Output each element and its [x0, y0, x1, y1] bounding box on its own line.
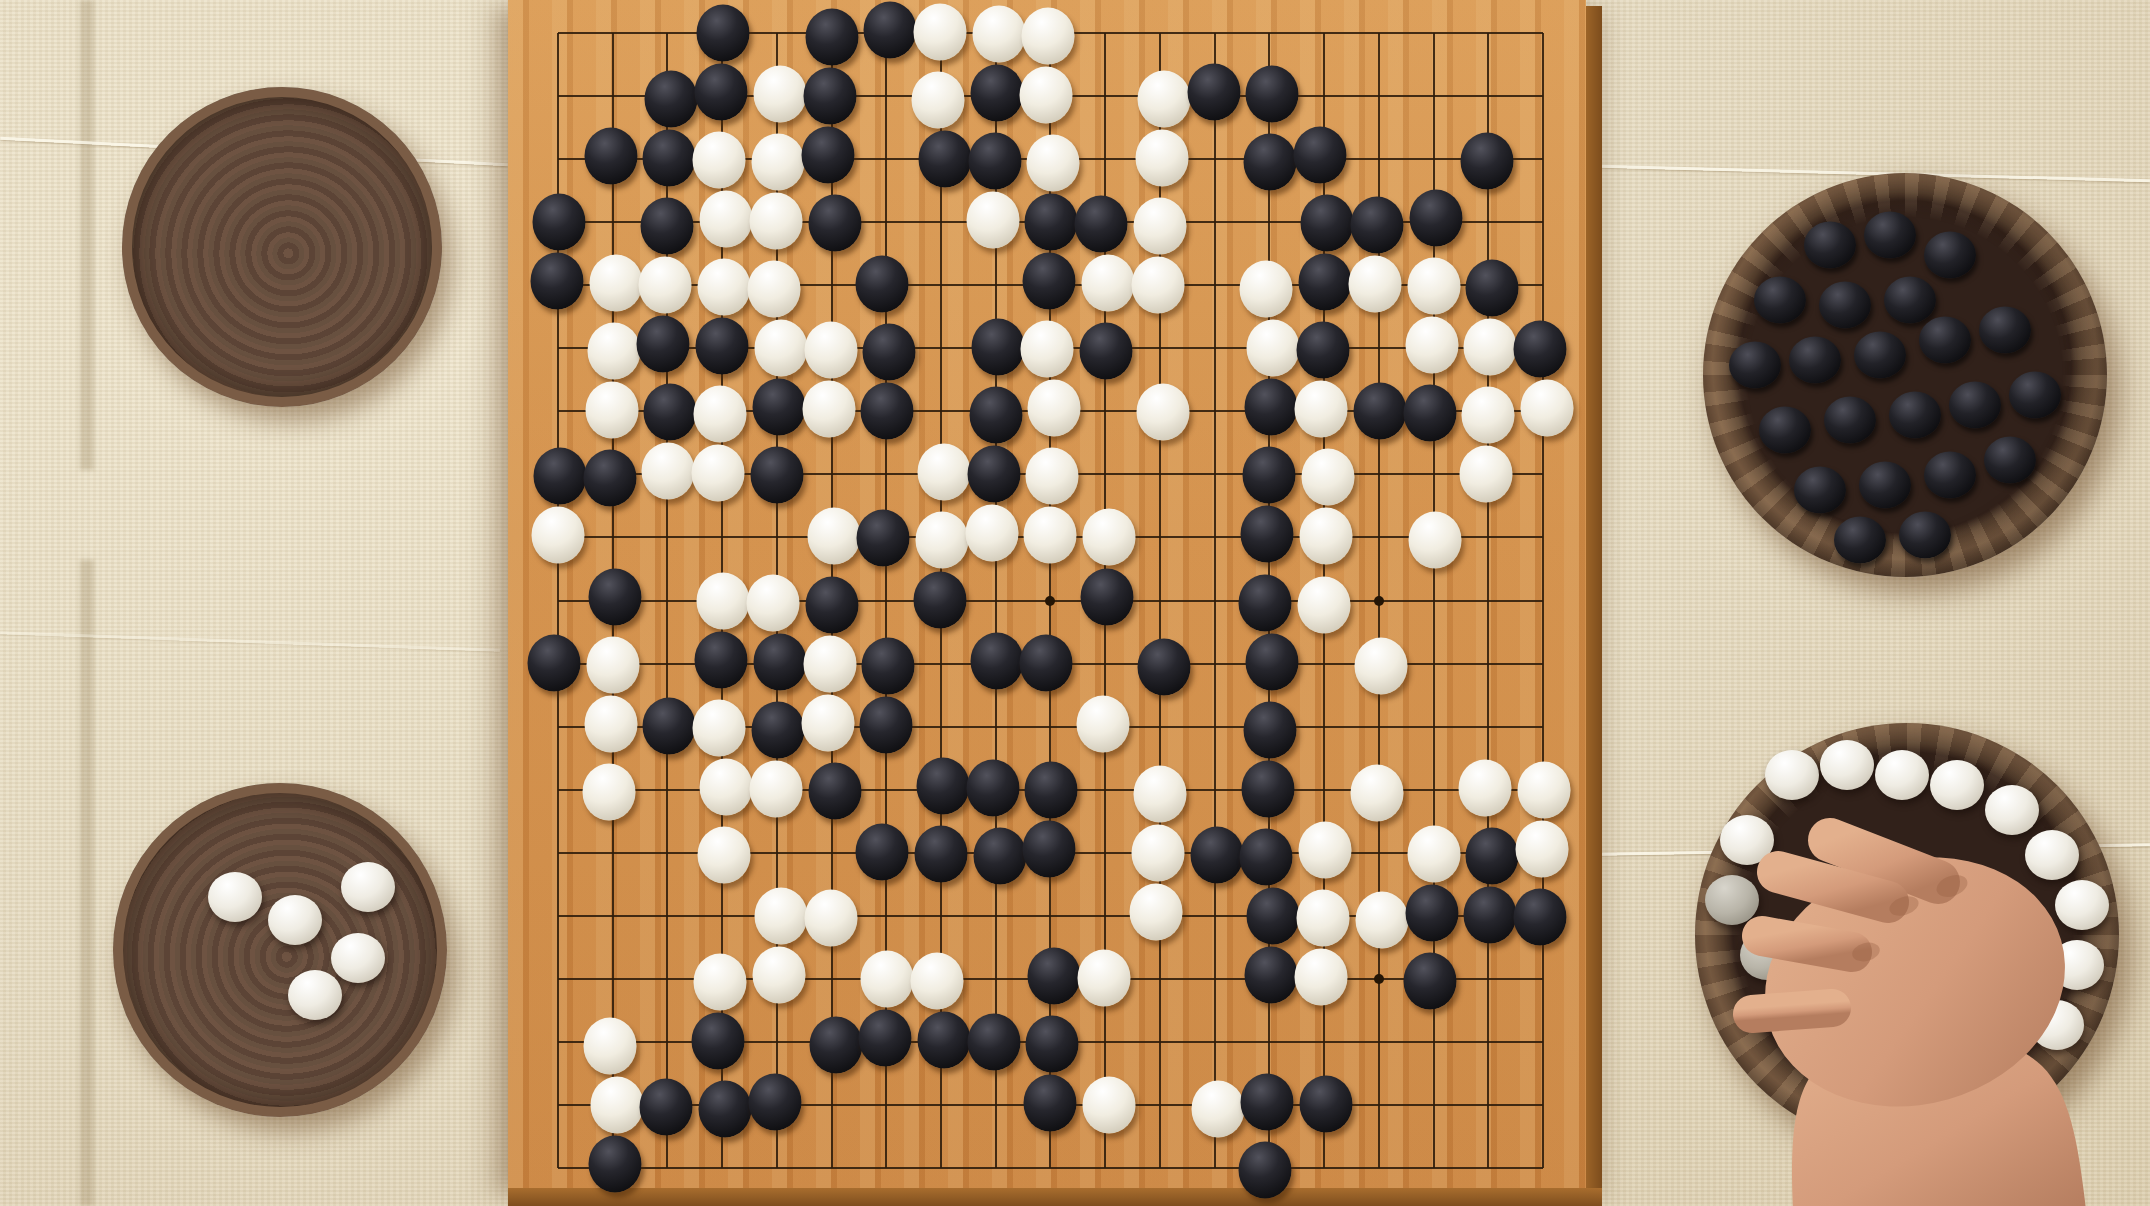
black-go-stone[interactable]: [751, 701, 804, 758]
black-go-stone[interactable]: [1187, 64, 1240, 121]
black-stone-in-bowl[interactable]: [1924, 452, 1976, 499]
black-go-stone[interactable]: [748, 1074, 801, 1131]
black-stone-in-bowl[interactable]: [1864, 212, 1916, 259]
white-go-stone[interactable]: [639, 257, 692, 314]
black-go-stone[interactable]: [640, 1079, 693, 1136]
empty-bowl-lid[interactable]: [122, 87, 442, 407]
black-go-stone[interactable]: [637, 316, 690, 373]
black-go-stone[interactable]: [859, 1009, 912, 1066]
captured-white-stone[interactable]: [331, 933, 385, 983]
white-go-stone[interactable]: [965, 505, 1018, 562]
black-go-stone[interactable]: [917, 757, 970, 814]
black-go-stone[interactable]: [1350, 197, 1403, 254]
capture-lid-white-stones[interactable]: [113, 783, 447, 1117]
black-go-stone[interactable]: [918, 1011, 971, 1068]
black-go-stone[interactable]: [588, 1136, 641, 1193]
black-go-stone[interactable]: [966, 759, 1019, 816]
white-go-stone[interactable]: [802, 381, 855, 438]
black-stone-in-bowl[interactable]: [1984, 437, 2036, 484]
black-go-stone[interactable]: [1294, 127, 1347, 184]
black-go-stone[interactable]: [1025, 194, 1078, 251]
black-go-stone[interactable]: [641, 198, 694, 255]
black-go-stone[interactable]: [860, 696, 913, 753]
white-go-stone[interactable]: [698, 826, 751, 883]
white-go-stone[interactable]: [914, 4, 967, 61]
black-go-stone[interactable]: [1466, 827, 1519, 884]
white-go-stone[interactable]: [700, 191, 753, 248]
black-go-stone[interactable]: [644, 384, 697, 441]
black-go-stone[interactable]: [696, 318, 749, 375]
black-go-stone[interactable]: [968, 133, 1021, 190]
black-go-stone[interactable]: [1080, 323, 1133, 380]
black-go-stone[interactable]: [856, 256, 909, 313]
white-go-stone[interactable]: [1021, 321, 1074, 378]
black-go-stone[interactable]: [533, 194, 586, 251]
grid-line-vertical: [1542, 33, 1544, 1168]
black-go-stone[interactable]: [1023, 820, 1076, 877]
black-go-stone[interactable]: [692, 1012, 745, 1069]
black-go-stone[interactable]: [809, 1016, 862, 1073]
white-go-stone[interactable]: [754, 887, 807, 944]
black-go-stone[interactable]: [808, 762, 861, 819]
black-stone-in-bowl[interactable]: [1789, 337, 1841, 384]
cloth-fold-left-bottom: [80, 560, 94, 1206]
black-go-stone[interactable]: [531, 253, 584, 310]
black-go-stone[interactable]: [1242, 760, 1295, 817]
grid-line-horizontal: [558, 1167, 1543, 1169]
captured-white-stone[interactable]: [288, 970, 342, 1020]
black-go-stone[interactable]: [1137, 638, 1190, 695]
white-go-stone[interactable]: [807, 508, 860, 565]
black-go-stone[interactable]: [695, 64, 748, 121]
black-go-stone[interactable]: [1024, 1075, 1077, 1132]
black-go-stone[interactable]: [1464, 886, 1517, 943]
captured-white-stone[interactable]: [268, 895, 322, 945]
white-go-stone[interactable]: [1464, 319, 1517, 376]
black-go-stone[interactable]: [805, 576, 858, 633]
black-go-stone[interactable]: [1353, 383, 1406, 440]
black-go-stone[interactable]: [583, 450, 636, 507]
white-go-stone[interactable]: [966, 192, 1019, 249]
black-stone-in-bowl[interactable]: [1949, 382, 2001, 429]
cloth-fold-left-top: [80, 0, 94, 470]
black-go-stone[interactable]: [1240, 828, 1293, 885]
white-go-stone[interactable]: [1077, 695, 1130, 752]
black-go-stone[interactable]: [864, 2, 917, 59]
white-go-stone[interactable]: [1517, 761, 1570, 818]
black-go-stone[interactable]: [588, 568, 641, 625]
white-go-stone[interactable]: [587, 323, 640, 380]
black-go-stone[interactable]: [643, 130, 696, 187]
white-go-stone[interactable]: [912, 72, 965, 129]
white-go-stone[interactable]: [801, 694, 854, 751]
black-go-stone[interactable]: [1247, 887, 1300, 944]
white-go-stone[interactable]: [1460, 446, 1513, 503]
black-go-stone[interactable]: [1241, 1074, 1294, 1131]
black-go-stone[interactable]: [970, 632, 1023, 689]
white-go-stone[interactable]: [1082, 255, 1135, 312]
black-go-stone[interactable]: [1403, 385, 1456, 442]
black-stone-in-bowl[interactable]: [1919, 317, 1971, 364]
white-go-stone[interactable]: [1295, 948, 1348, 1005]
white-go-stone[interactable]: [584, 695, 637, 752]
white-go-stone[interactable]: [1024, 507, 1077, 564]
white-go-stone[interactable]: [1408, 512, 1461, 569]
black-go-stone[interactable]: [1028, 947, 1081, 1004]
black-go-stone[interactable]: [914, 571, 967, 628]
white-go-stone[interactable]: [804, 889, 857, 946]
white-go-stone[interactable]: [972, 6, 1025, 63]
grid-line-vertical: [1487, 33, 1489, 1168]
black-stone-in-bowl[interactable]: [1889, 392, 1941, 439]
white-go-stone[interactable]: [692, 445, 745, 502]
white-go-stone[interactable]: [1459, 759, 1512, 816]
black-stone-in-bowl[interactable]: [1979, 307, 2031, 354]
black-stone-in-bowl[interactable]: [1794, 467, 1846, 514]
black-go-stone[interactable]: [1241, 506, 1294, 563]
black-go-stone[interactable]: [1246, 66, 1299, 123]
black-go-stone[interactable]: [1246, 633, 1299, 690]
black-stone-in-bowl[interactable]: [1924, 232, 1976, 279]
black-go-stone[interactable]: [970, 65, 1023, 122]
white-go-stone[interactable]: [1462, 387, 1515, 444]
black-go-stone[interactable]: [643, 697, 696, 754]
black-go-stone[interactable]: [915, 825, 968, 882]
black-stone-in-bowl[interactable]: [1819, 282, 1871, 329]
white-go-stone[interactable]: [746, 574, 799, 631]
black-go-stone[interactable]: [1513, 888, 1566, 945]
black-go-stone[interactable]: [1081, 568, 1134, 625]
black-go-stone[interactable]: [645, 71, 698, 128]
black-go-stone[interactable]: [967, 1013, 1020, 1070]
white-go-stone[interactable]: [1298, 576, 1351, 633]
black-stone-in-bowl[interactable]: [1759, 407, 1811, 454]
white-go-stone[interactable]: [1027, 135, 1080, 192]
white-go-stone[interactable]: [1299, 821, 1352, 878]
black-go-stone[interactable]: [1239, 574, 1292, 631]
black-go-stone[interactable]: [1243, 447, 1296, 504]
black-go-stone[interactable]: [752, 379, 805, 436]
white-go-stone[interactable]: [1302, 449, 1355, 506]
white-go-stone[interactable]: [693, 699, 746, 756]
black-go-stone[interactable]: [1513, 321, 1566, 378]
white-go-stone[interactable]: [1300, 508, 1353, 565]
white-go-stone[interactable]: [1355, 891, 1408, 948]
white-go-stone[interactable]: [861, 950, 914, 1007]
white-go-stone[interactable]: [749, 760, 802, 817]
white-go-stone[interactable]: [1137, 71, 1190, 128]
white-go-stone[interactable]: [1020, 67, 1073, 124]
black-go-stone[interactable]: [805, 9, 858, 66]
white-go-stone[interactable]: [589, 255, 642, 312]
white-go-stone[interactable]: [749, 193, 802, 250]
black-go-stone[interactable]: [695, 631, 748, 688]
white-go-stone[interactable]: [586, 636, 639, 693]
black-go-stone[interactable]: [753, 633, 806, 690]
black-go-stone[interactable]: [1190, 826, 1243, 883]
black-go-stone[interactable]: [1023, 253, 1076, 310]
black-go-stone[interactable]: [1245, 946, 1298, 1003]
black-go-stone[interactable]: [801, 127, 854, 184]
white-go-stone[interactable]: [752, 946, 805, 1003]
black-go-stone[interactable]: [699, 1081, 752, 1138]
board-bottom-edge: [508, 1188, 1602, 1206]
white-go-stone[interactable]: [753, 66, 806, 123]
black-go-stone[interactable]: [1461, 133, 1514, 190]
black-go-stone[interactable]: [1245, 379, 1298, 436]
board-side-edge: [1586, 6, 1602, 1194]
white-go-stone[interactable]: [1247, 320, 1300, 377]
black-go-stone[interactable]: [863, 324, 916, 381]
black-go-stone[interactable]: [528, 634, 581, 691]
black-go-stone[interactable]: [1239, 1142, 1292, 1199]
white-go-stone[interactable]: [585, 382, 638, 439]
black-stone-in-bowl[interactable]: [1729, 342, 1781, 389]
black-go-stone[interactable]: [584, 128, 637, 185]
black-stone-in-bowl[interactable]: [1859, 462, 1911, 509]
star-point: [1374, 974, 1384, 984]
black-go-stone[interactable]: [1025, 761, 1078, 818]
white-go-stone[interactable]: [1407, 825, 1460, 882]
black-go-stone[interactable]: [1020, 634, 1073, 691]
white-go-stone[interactable]: [1240, 261, 1293, 318]
black-go-stone[interactable]: [856, 823, 909, 880]
white-go-stone[interactable]: [1131, 257, 1184, 314]
white-go-stone[interactable]: [1135, 130, 1188, 187]
black-go-stone[interactable]: [1405, 884, 1458, 941]
white-go-stone[interactable]: [1083, 1077, 1136, 1134]
black-go-stone[interactable]: [1026, 1015, 1079, 1072]
black-stone-in-bowl[interactable]: [1804, 222, 1856, 269]
white-go-stone[interactable]: [1028, 380, 1081, 437]
black-stone-in-bowl[interactable]: [1854, 332, 1906, 379]
black-stone-in-bowl[interactable]: [1884, 277, 1936, 324]
black-go-stone[interactable]: [1403, 952, 1456, 1009]
white-go-stone[interactable]: [754, 320, 807, 377]
white-go-stone[interactable]: [1022, 8, 1075, 65]
black-go-stone[interactable]: [971, 319, 1024, 376]
white-go-stone[interactable]: [1297, 889, 1350, 946]
white-go-stone[interactable]: [747, 261, 800, 318]
white-go-stone[interactable]: [1191, 1081, 1244, 1138]
white-go-stone[interactable]: [1354, 637, 1407, 694]
white-go-stone[interactable]: [1136, 384, 1189, 441]
white-go-stone[interactable]: [1515, 820, 1568, 877]
player-hand: [1660, 690, 2150, 1206]
grid-line-vertical: [1214, 33, 1216, 1168]
white-go-stone[interactable]: [1078, 949, 1131, 1006]
white-go-stone[interactable]: [1026, 448, 1079, 505]
black-go-stone[interactable]: [697, 5, 750, 62]
white-go-stone[interactable]: [803, 635, 856, 692]
black-go-stone[interactable]: [862, 637, 915, 694]
white-go-stone[interactable]: [1348, 256, 1401, 313]
white-go-stone[interactable]: [693, 132, 746, 189]
go-game-scene: [0, 0, 2150, 1206]
white-go-stone[interactable]: [916, 512, 969, 569]
black-go-stone[interactable]: [857, 510, 910, 567]
white-go-stone[interactable]: [1405, 317, 1458, 374]
star-point: [1045, 596, 1055, 606]
white-go-stone[interactable]: [1295, 381, 1348, 438]
white-go-stone[interactable]: [694, 386, 747, 443]
white-go-stone[interactable]: [1520, 380, 1573, 437]
black-go-stone[interactable]: [534, 448, 587, 505]
white-go-stone[interactable]: [1350, 764, 1403, 821]
white-go-stone[interactable]: [804, 322, 857, 379]
black-go-stone[interactable]: [1466, 260, 1519, 317]
white-go-stone[interactable]: [698, 259, 751, 316]
white-go-stone[interactable]: [583, 1017, 636, 1074]
black-go-stone[interactable]: [1299, 254, 1352, 311]
white-go-stone[interactable]: [642, 443, 695, 500]
captured-white-stone[interactable]: [341, 862, 395, 912]
white-go-stone[interactable]: [1129, 883, 1182, 940]
white-go-stone[interactable]: [694, 953, 747, 1010]
black-go-stone[interactable]: [750, 447, 803, 504]
white-go-stone[interactable]: [918, 444, 971, 501]
black-go-stone[interactable]: [967, 446, 1020, 503]
white-go-stone[interactable]: [1407, 258, 1460, 315]
star-point: [1374, 596, 1384, 606]
black-go-stone[interactable]: [1297, 322, 1350, 379]
black-stone-in-bowl[interactable]: [2009, 372, 2061, 419]
black-go-stone[interactable]: [1244, 701, 1297, 758]
black-stone-in-bowl[interactable]: [1754, 277, 1806, 324]
black-go-stone[interactable]: [969, 387, 1022, 444]
black-go-stone[interactable]: [1075, 196, 1128, 253]
black-go-stone[interactable]: [1409, 190, 1462, 247]
black-stone-in-bowl[interactable]: [1899, 512, 1951, 559]
white-go-stone[interactable]: [582, 763, 635, 820]
white-go-stone[interactable]: [700, 758, 753, 815]
white-go-stone[interactable]: [1133, 765, 1186, 822]
white-go-stone[interactable]: [697, 572, 750, 629]
black-stone-in-bowl[interactable]: [1834, 517, 1886, 564]
black-stone-in-bowl[interactable]: [1824, 397, 1876, 444]
black-go-stone[interactable]: [919, 131, 972, 188]
white-go-stone[interactable]: [590, 1077, 643, 1134]
white-go-stone[interactable]: [1133, 198, 1186, 255]
black-go-stone[interactable]: [803, 68, 856, 125]
black-go-stone[interactable]: [808, 195, 861, 252]
black-go-stone[interactable]: [1301, 195, 1354, 252]
black-go-stone[interactable]: [861, 383, 914, 440]
white-go-stone[interactable]: [911, 952, 964, 1009]
black-go-stone[interactable]: [1300, 1076, 1353, 1133]
captured-white-stone[interactable]: [208, 872, 262, 922]
black-go-stone[interactable]: [973, 827, 1026, 884]
white-go-stone[interactable]: [1131, 824, 1184, 881]
black-go-stone[interactable]: [1244, 134, 1297, 191]
white-go-stone[interactable]: [751, 134, 804, 191]
white-go-stone[interactable]: [532, 507, 585, 564]
white-go-stone[interactable]: [1083, 509, 1136, 566]
